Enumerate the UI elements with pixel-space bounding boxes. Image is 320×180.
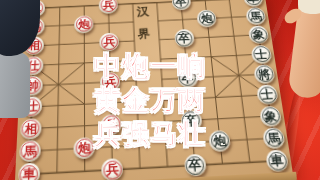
piece-red-horse[interactable]: 馬 — [19, 140, 41, 163]
piece-red-soldier[interactable]: 兵 — [101, 158, 123, 180]
piece-black-cannon[interactable]: 炮 — [197, 9, 218, 27]
piece-red-chariot[interactable]: 車 — [18, 163, 40, 180]
piece-black-horse[interactable]: 馬 — [262, 127, 286, 149]
piece-red-elephant[interactable]: 相 — [20, 118, 42, 140]
caption-line-3: 兵强马壮 — [94, 117, 206, 151]
piece-red-soldier[interactable]: 兵 — [99, 0, 118, 14]
piece-black-chariot[interactable]: 車 — [265, 150, 289, 173]
piece-black-advisor[interactable]: 士 — [250, 45, 272, 64]
video-caption: 中炮一响 黄金万两 兵强马壮 — [94, 49, 206, 151]
caption-line-1: 中炮一响 — [94, 49, 206, 83]
table-corner — [0, 52, 30, 118]
piece-black-chariot[interactable]: 車 — [243, 0, 264, 7]
piece-black-soldier[interactable]: 卒 — [184, 154, 207, 177]
piece-black-soldier[interactable]: 卒 — [171, 0, 191, 10]
piece-black-cannon[interactable]: 炮 — [209, 130, 232, 152]
caption-line-2: 黄金万两 — [94, 83, 206, 117]
piece-black-elephant[interactable]: 象 — [259, 106, 282, 127]
piece-red-cannon[interactable]: 炮 — [75, 15, 94, 33]
piece-black-king[interactable]: 將 — [253, 64, 276, 84]
tablecloth: 汉 界 車馬相仕帥仕相馬車炮炮兵兵兵兵兵卒卒卒卒卒炮炮車馬象士將士象馬車 中炮一… — [0, 0, 320, 180]
piece-red-cannon[interactable]: 炮 — [74, 137, 95, 159]
piece-black-elephant[interactable]: 象 — [248, 26, 270, 45]
piece-black-soldier[interactable]: 卒 — [174, 29, 195, 48]
piece-black-horse[interactable]: 馬 — [245, 7, 266, 25]
piece-black-advisor[interactable]: 士 — [256, 85, 279, 106]
